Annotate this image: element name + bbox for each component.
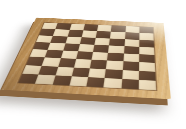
board-grid (17, 22, 157, 91)
square-f1 (104, 78, 122, 88)
square-d1 (69, 76, 88, 86)
product-photo (0, 0, 186, 129)
square-e1 (86, 77, 105, 87)
square-g1 (121, 79, 139, 90)
chess-board (2, 18, 171, 100)
square-h1 (139, 80, 157, 91)
